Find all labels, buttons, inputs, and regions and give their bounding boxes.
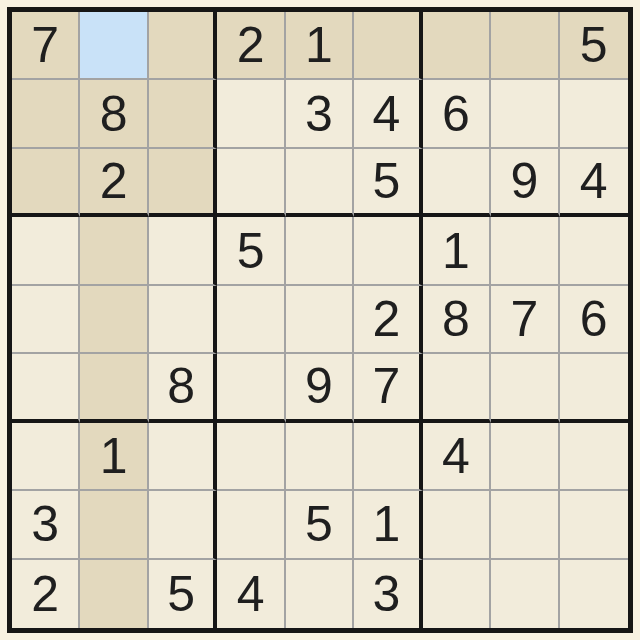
cell-r7c1-empty[interactable]: [12, 423, 80, 491]
cell-r4c6-empty[interactable]: [354, 217, 422, 285]
cell-r1c1-given-7[interactable]: 7: [12, 12, 80, 80]
cell-r2c7-given-6[interactable]: 6: [423, 80, 491, 148]
cell-r9c4-given-4[interactable]: 4: [217, 560, 285, 628]
cell-r1c8-empty[interactable]: [491, 12, 559, 80]
cell-r9c6-given-3[interactable]: 3: [354, 560, 422, 628]
cell-r3c9-given-4[interactable]: 4: [560, 149, 628, 217]
cell-r8c7-empty[interactable]: [423, 491, 491, 559]
cell-r7c5-empty[interactable]: [286, 423, 354, 491]
cell-r7c2-given-1[interactable]: 1: [80, 423, 148, 491]
cell-r7c3-empty[interactable]: [149, 423, 217, 491]
cell-r1c5-given-1[interactable]: 1: [286, 12, 354, 80]
cell-r4c2-empty[interactable]: [80, 217, 148, 285]
cell-r9c1-given-2[interactable]: 2: [12, 560, 80, 628]
cell-r4c3-empty[interactable]: [149, 217, 217, 285]
cell-r2c8-empty[interactable]: [491, 80, 559, 148]
cell-r5c1-empty[interactable]: [12, 286, 80, 354]
cell-r1c4-given-2[interactable]: 2: [217, 12, 285, 80]
cell-r4c9-empty[interactable]: [560, 217, 628, 285]
cell-r2c4-empty[interactable]: [217, 80, 285, 148]
cell-r2c3-empty[interactable]: [149, 80, 217, 148]
cell-r5c3-empty[interactable]: [149, 286, 217, 354]
cell-r5c9-given-6[interactable]: 6: [560, 286, 628, 354]
cell-r8c3-empty[interactable]: [149, 491, 217, 559]
cell-r4c5-empty[interactable]: [286, 217, 354, 285]
cell-r6c8-empty[interactable]: [491, 354, 559, 422]
cell-r2c1-empty[interactable]: [12, 80, 80, 148]
cell-r1c3-empty[interactable]: [149, 12, 217, 80]
cell-r3c6-given-5[interactable]: 5: [354, 149, 422, 217]
cell-r7c8-empty[interactable]: [491, 423, 559, 491]
cell-r9c2-empty[interactable]: [80, 560, 148, 628]
cell-r1c7-empty[interactable]: [423, 12, 491, 80]
cell-r8c2-empty[interactable]: [80, 491, 148, 559]
cell-r5c5-empty[interactable]: [286, 286, 354, 354]
cell-r4c4-given-5[interactable]: 5: [217, 217, 285, 285]
cell-r1c6-empty[interactable]: [354, 12, 422, 80]
cell-r2c5-given-3[interactable]: 3: [286, 80, 354, 148]
cell-r6c1-empty[interactable]: [12, 354, 80, 422]
cell-r8c6-given-1[interactable]: 1: [354, 491, 422, 559]
cell-r6c5-given-9[interactable]: 9: [286, 354, 354, 422]
cell-r1c9-given-5[interactable]: 5: [560, 12, 628, 80]
cell-r6c4-empty[interactable]: [217, 354, 285, 422]
cell-r7c4-empty[interactable]: [217, 423, 285, 491]
cell-r9c9-empty[interactable]: [560, 560, 628, 628]
cell-r3c5-empty[interactable]: [286, 149, 354, 217]
cell-r7c7-given-4[interactable]: 4: [423, 423, 491, 491]
cell-r9c8-empty[interactable]: [491, 560, 559, 628]
cell-r2c9-empty[interactable]: [560, 80, 628, 148]
cell-r6c9-empty[interactable]: [560, 354, 628, 422]
cell-r6c3-given-8[interactable]: 8: [149, 354, 217, 422]
cell-r8c5-given-5[interactable]: 5: [286, 491, 354, 559]
cell-r4c8-empty[interactable]: [491, 217, 559, 285]
cell-r3c7-empty[interactable]: [423, 149, 491, 217]
cell-r8c1-given-3[interactable]: 3: [12, 491, 80, 559]
cell-r6c6-given-7[interactable]: 7: [354, 354, 422, 422]
cell-r6c7-empty[interactable]: [423, 354, 491, 422]
cell-r3c3-empty[interactable]: [149, 149, 217, 217]
cell-r5c8-given-7[interactable]: 7: [491, 286, 559, 354]
sudoku-board: 721583462594512876897143512543: [7, 7, 633, 633]
cell-r1c2-empty[interactable]: [80, 12, 148, 80]
cell-r9c5-empty[interactable]: [286, 560, 354, 628]
cell-r4c7-given-1[interactable]: 1: [423, 217, 491, 285]
cell-r6c2-empty[interactable]: [80, 354, 148, 422]
cell-r5c7-given-8[interactable]: 8: [423, 286, 491, 354]
cell-r5c2-empty[interactable]: [80, 286, 148, 354]
cell-r2c2-given-8[interactable]: 8: [80, 80, 148, 148]
cell-r8c9-empty[interactable]: [560, 491, 628, 559]
cell-r7c9-empty[interactable]: [560, 423, 628, 491]
cell-r3c2-given-2[interactable]: 2: [80, 149, 148, 217]
cell-r9c3-given-5[interactable]: 5: [149, 560, 217, 628]
cell-r8c8-empty[interactable]: [491, 491, 559, 559]
cell-r7c6-empty[interactable]: [354, 423, 422, 491]
cell-r2c6-given-4[interactable]: 4: [354, 80, 422, 148]
cell-r3c1-empty[interactable]: [12, 149, 80, 217]
cell-r3c8-given-9[interactable]: 9: [491, 149, 559, 217]
cell-r5c4-empty[interactable]: [217, 286, 285, 354]
cell-r3c4-empty[interactable]: [217, 149, 285, 217]
cell-r4c1-empty[interactable]: [12, 217, 80, 285]
cell-r9c7-empty[interactable]: [423, 560, 491, 628]
cell-r8c4-empty[interactable]: [217, 491, 285, 559]
cell-r5c6-given-2[interactable]: 2: [354, 286, 422, 354]
